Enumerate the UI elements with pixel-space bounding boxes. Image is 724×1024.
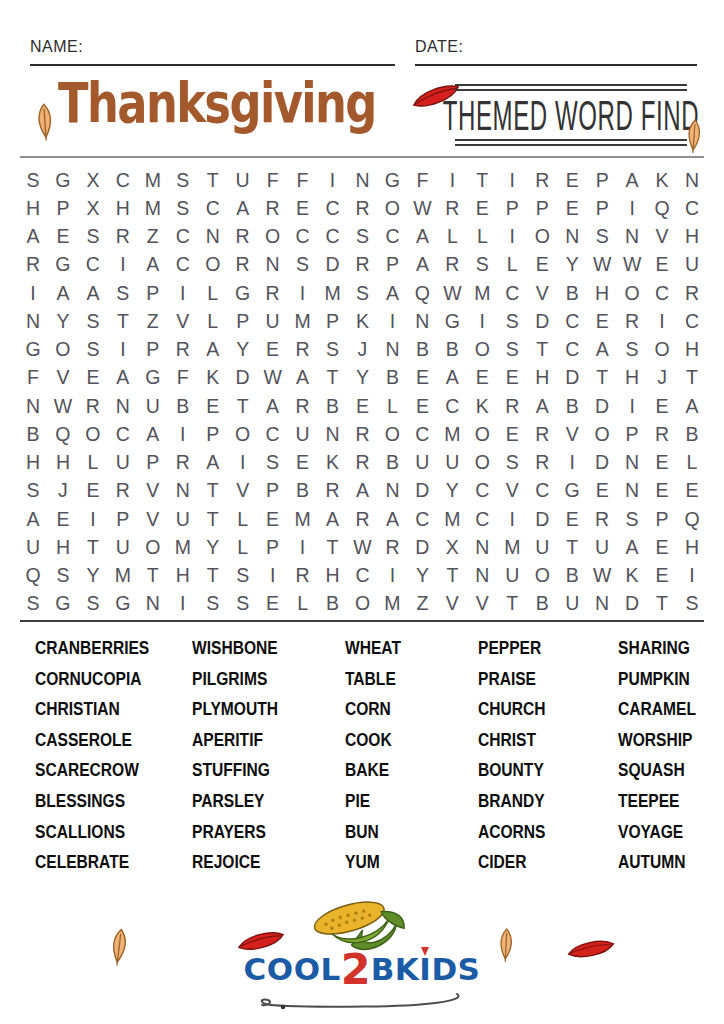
grid-cell-r15c13[interactable]: I: [377, 562, 407, 590]
grid-cell-r14c15[interactable]: X: [437, 533, 467, 561]
grid-cell-r8c3[interactable]: E: [78, 364, 108, 392]
grid-cell-r3c23[interactable]: H: [677, 223, 707, 251]
grid-cell-r8c20[interactable]: T: [587, 364, 617, 392]
grid-cell-r8c9[interactable]: W: [258, 364, 288, 392]
grid-cell-r10c20[interactable]: O: [587, 420, 617, 448]
grid-cell-r13c11[interactable]: A: [318, 505, 348, 533]
grid-cell-r11c1[interactable]: H: [18, 449, 48, 477]
grid-cell-r13c17[interactable]: I: [497, 505, 527, 533]
grid-cell-r1c20[interactable]: P: [587, 166, 617, 194]
grid-cell-r8c21[interactable]: H: [617, 364, 647, 392]
grid-cell-r12c4[interactable]: R: [108, 477, 138, 505]
grid-cell-r10c17[interactable]: E: [497, 420, 527, 448]
grid-cell-r9c7[interactable]: E: [198, 392, 228, 420]
grid-cell-r5c2[interactable]: A: [48, 279, 78, 307]
grid-cell-r10c14[interactable]: C: [407, 420, 437, 448]
grid-cell-r4c3[interactable]: C: [78, 251, 108, 279]
grid-cell-r13c1[interactable]: A: [18, 505, 48, 533]
grid-cell-r6c8[interactable]: P: [228, 307, 258, 335]
grid-cell-r15c2[interactable]: S: [48, 562, 78, 590]
grid-cell-r7c14[interactable]: B: [407, 336, 437, 364]
grid-cell-r8c22[interactable]: J: [647, 364, 677, 392]
grid-cell-r9c4[interactable]: N: [108, 392, 138, 420]
grid-cell-r9c18[interactable]: A: [527, 392, 557, 420]
grid-cell-r1c11[interactable]: I: [318, 166, 348, 194]
grid-cell-r14c23[interactable]: H: [677, 533, 707, 561]
grid-cell-r5c13[interactable]: A: [377, 279, 407, 307]
grid-cell-r16c14[interactable]: Z: [407, 590, 437, 618]
grid-cell-r3c18[interactable]: O: [527, 223, 557, 251]
grid-cell-r15c22[interactable]: E: [647, 562, 677, 590]
grid-cell-r7c13[interactable]: N: [377, 336, 407, 364]
grid-cell-r15c21[interactable]: K: [617, 562, 647, 590]
grid-cell-r12c10[interactable]: B: [288, 477, 318, 505]
grid-cell-r6c3[interactable]: S: [78, 307, 108, 335]
grid-cell-r13c14[interactable]: C: [407, 505, 437, 533]
grid-cell-r16c21[interactable]: D: [617, 590, 647, 618]
grid-cell-r6c17[interactable]: S: [497, 307, 527, 335]
grid-cell-r10c10[interactable]: U: [288, 420, 318, 448]
grid-cell-r12c3[interactable]: E: [78, 477, 108, 505]
grid-cell-r5c23[interactable]: R: [677, 279, 707, 307]
grid-cell-r9c1[interactable]: N: [18, 392, 48, 420]
grid-cell-r12c5[interactable]: V: [138, 477, 168, 505]
grid-cell-r13c5[interactable]: V: [138, 505, 168, 533]
grid-cell-r6c14[interactable]: N: [407, 307, 437, 335]
grid-cell-r13c22[interactable]: P: [647, 505, 677, 533]
grid-cell-r16c8[interactable]: S: [228, 590, 258, 618]
grid-cell-r14c7[interactable]: Y: [198, 533, 228, 561]
grid-cell-r7c6[interactable]: R: [168, 336, 198, 364]
grid-cell-r10c23[interactable]: B: [677, 420, 707, 448]
grid-cell-r4c16[interactable]: S: [467, 251, 497, 279]
grid-cell-r3c12[interactable]: S: [348, 223, 378, 251]
grid-cell-r2c15[interactable]: R: [437, 194, 467, 222]
grid-cell-r3c4[interactable]: R: [108, 223, 138, 251]
grid-cell-r1c9[interactable]: F: [258, 166, 288, 194]
grid-cell-r11c2[interactable]: H: [48, 449, 78, 477]
grid-cell-r9c15[interactable]: C: [437, 392, 467, 420]
grid-cell-r14c18[interactable]: U: [527, 533, 557, 561]
grid-cell-r10c16[interactable]: O: [467, 420, 497, 448]
grid-cell-r5c6[interactable]: I: [168, 279, 198, 307]
grid-cell-r6c20[interactable]: E: [587, 307, 617, 335]
grid-cell-r15c14[interactable]: Y: [407, 562, 437, 590]
grid-cell-r8c6[interactable]: F: [168, 364, 198, 392]
grid-cell-r5c15[interactable]: W: [437, 279, 467, 307]
grid-cell-r15c15[interactable]: T: [437, 562, 467, 590]
grid-cell-r6c2[interactable]: Y: [48, 307, 78, 335]
grid-cell-r7c8[interactable]: Y: [228, 336, 258, 364]
grid-cell-r5c20[interactable]: H: [587, 279, 617, 307]
grid-cell-r3c7[interactable]: N: [198, 223, 228, 251]
grid-cell-r3c10[interactable]: C: [288, 223, 318, 251]
grid-cell-r12c19[interactable]: G: [557, 477, 587, 505]
grid-cell-r15c18[interactable]: O: [527, 562, 557, 590]
grid-cell-r4c17[interactable]: L: [497, 251, 527, 279]
grid-cell-r13c12[interactable]: R: [348, 505, 378, 533]
grid-cell-r11c5[interactable]: P: [138, 449, 168, 477]
grid-cell-r15c9[interactable]: I: [258, 562, 288, 590]
grid-cell-r16c10[interactable]: L: [288, 590, 318, 618]
grid-cell-r1c14[interactable]: F: [407, 166, 437, 194]
grid-cell-r16c5[interactable]: N: [138, 590, 168, 618]
grid-cell-r9c8[interactable]: T: [228, 392, 258, 420]
grid-cell-r8c23[interactable]: T: [677, 364, 707, 392]
grid-cell-r2c12[interactable]: R: [348, 194, 378, 222]
grid-cell-r12c12[interactable]: A: [348, 477, 378, 505]
grid-cell-r9c21[interactable]: I: [617, 392, 647, 420]
grid-cell-r13c9[interactable]: E: [258, 505, 288, 533]
grid-cell-r11c14[interactable]: U: [407, 449, 437, 477]
grid-cell-r6c11[interactable]: P: [318, 307, 348, 335]
grid-cell-r4c11[interactable]: D: [318, 251, 348, 279]
grid-cell-r12c7[interactable]: T: [198, 477, 228, 505]
grid-cell-r10c8[interactable]: O: [228, 420, 258, 448]
grid-cell-r7c10[interactable]: R: [288, 336, 318, 364]
grid-cell-r16c15[interactable]: V: [437, 590, 467, 618]
grid-cell-r8c13[interactable]: B: [377, 364, 407, 392]
grid-cell-r13c21[interactable]: S: [617, 505, 647, 533]
grid-cell-r3c11[interactable]: C: [318, 223, 348, 251]
grid-cell-r1c7[interactable]: T: [198, 166, 228, 194]
grid-cell-r14c16[interactable]: N: [467, 533, 497, 561]
grid-cell-r4c14[interactable]: A: [407, 251, 437, 279]
grid-cell-r8c1[interactable]: F: [18, 364, 48, 392]
grid-cell-r12c17[interactable]: V: [497, 477, 527, 505]
grid-cell-r15c3[interactable]: Y: [78, 562, 108, 590]
grid-cell-r16c9[interactable]: E: [258, 590, 288, 618]
grid-cell-r10c21[interactable]: P: [617, 420, 647, 448]
grid-cell-r9c12[interactable]: E: [348, 392, 378, 420]
grid-cell-r9c9[interactable]: A: [258, 392, 288, 420]
grid-cell-r5c17[interactable]: C: [497, 279, 527, 307]
grid-cell-r7c22[interactable]: O: [647, 336, 677, 364]
grid-cell-r11c18[interactable]: R: [527, 449, 557, 477]
grid-cell-r1c5[interactable]: M: [138, 166, 168, 194]
grid-cell-r15c17[interactable]: U: [497, 562, 527, 590]
grid-cell-r8c19[interactable]: D: [557, 364, 587, 392]
grid-cell-r16c6[interactable]: I: [168, 590, 198, 618]
grid-cell-r3c6[interactable]: C: [168, 223, 198, 251]
grid-cell-r1c6[interactable]: S: [168, 166, 198, 194]
grid-cell-r2c19[interactable]: E: [557, 194, 587, 222]
grid-cell-r8c14[interactable]: E: [407, 364, 437, 392]
grid-cell-r12c15[interactable]: Y: [437, 477, 467, 505]
grid-cell-r15c7[interactable]: T: [198, 562, 228, 590]
grid-cell-r10c5[interactable]: A: [138, 420, 168, 448]
grid-cell-r10c15[interactable]: M: [437, 420, 467, 448]
grid-cell-r8c8[interactable]: D: [228, 364, 258, 392]
grid-cell-r14c14[interactable]: D: [407, 533, 437, 561]
grid-cell-r9c3[interactable]: R: [78, 392, 108, 420]
grid-cell-r9c13[interactable]: L: [377, 392, 407, 420]
grid-cell-r14c11[interactable]: T: [318, 533, 348, 561]
grid-cell-r4c19[interactable]: Y: [557, 251, 587, 279]
grid-cell-r11c8[interactable]: I: [228, 449, 258, 477]
grid-cell-r1c15[interactable]: I: [437, 166, 467, 194]
grid-cell-r14c10[interactable]: I: [288, 533, 318, 561]
grid-cell-r15c1[interactable]: Q: [18, 562, 48, 590]
grid-cell-r4c13[interactable]: P: [377, 251, 407, 279]
grid-cell-r16c1[interactable]: S: [18, 590, 48, 618]
grid-cell-r16c2[interactable]: G: [48, 590, 78, 618]
grid-cell-r7c16[interactable]: O: [467, 336, 497, 364]
grid-cell-r3c5[interactable]: Z: [138, 223, 168, 251]
grid-cell-r5c3[interactable]: A: [78, 279, 108, 307]
grid-cell-r15c23[interactable]: I: [677, 562, 707, 590]
grid-cell-r3c19[interactable]: N: [557, 223, 587, 251]
grid-cell-r7c3[interactable]: S: [78, 336, 108, 364]
grid-cell-r15c5[interactable]: T: [138, 562, 168, 590]
grid-cell-r15c11[interactable]: H: [318, 562, 348, 590]
grid-cell-r2c5[interactable]: M: [138, 194, 168, 222]
grid-cell-r4c9[interactable]: N: [258, 251, 288, 279]
grid-cell-r3c20[interactable]: S: [587, 223, 617, 251]
grid-cell-r7c5[interactable]: P: [138, 336, 168, 364]
grid-cell-r8c2[interactable]: V: [48, 364, 78, 392]
grid-cell-r1c22[interactable]: K: [647, 166, 677, 194]
grid-cell-r7c12[interactable]: J: [348, 336, 378, 364]
grid-cell-r6c5[interactable]: Z: [138, 307, 168, 335]
grid-cell-r9c23[interactable]: A: [677, 392, 707, 420]
grid-cell-r12c9[interactable]: P: [258, 477, 288, 505]
grid-cell-r9c20[interactable]: D: [587, 392, 617, 420]
grid-cell-r16c7[interactable]: S: [198, 590, 228, 618]
grid-cell-r2c14[interactable]: W: [407, 194, 437, 222]
grid-cell-r6c6[interactable]: V: [168, 307, 198, 335]
grid-cell-r2c8[interactable]: A: [228, 194, 258, 222]
grid-cell-r3c13[interactable]: C: [377, 223, 407, 251]
grid-cell-r6c1[interactable]: N: [18, 307, 48, 335]
grid-cell-r6c7[interactable]: L: [198, 307, 228, 335]
grid-cell-r14c8[interactable]: L: [228, 533, 258, 561]
grid-cell-r9c14[interactable]: E: [407, 392, 437, 420]
grid-cell-r5c9[interactable]: R: [258, 279, 288, 307]
grid-cell-r13c10[interactable]: M: [288, 505, 318, 533]
grid-cell-r4c10[interactable]: S: [288, 251, 318, 279]
grid-cell-r6c16[interactable]: I: [467, 307, 497, 335]
grid-cell-r15c4[interactable]: M: [108, 562, 138, 590]
grid-cell-r5c14[interactable]: Q: [407, 279, 437, 307]
grid-cell-r8c12[interactable]: Y: [348, 364, 378, 392]
grid-cell-r4c15[interactable]: R: [437, 251, 467, 279]
grid-cell-r14c9[interactable]: P: [258, 533, 288, 561]
grid-cell-r1c21[interactable]: A: [617, 166, 647, 194]
grid-cell-r15c8[interactable]: S: [228, 562, 258, 590]
grid-cell-r8c16[interactable]: E: [467, 364, 497, 392]
grid-cell-r7c15[interactable]: B: [437, 336, 467, 364]
grid-cell-r3c2[interactable]: E: [48, 223, 78, 251]
grid-cell-r16c19[interactable]: U: [557, 590, 587, 618]
grid-cell-r16c4[interactable]: G: [108, 590, 138, 618]
grid-cell-r9c17[interactable]: R: [497, 392, 527, 420]
grid-cell-r9c11[interactable]: B: [318, 392, 348, 420]
grid-cell-r14c17[interactable]: M: [497, 533, 527, 561]
grid-cell-r3c22[interactable]: V: [647, 223, 677, 251]
grid-cell-r2c22[interactable]: Q: [647, 194, 677, 222]
grid-cell-r3c17[interactable]: I: [497, 223, 527, 251]
grid-cell-r2c2[interactable]: P: [48, 194, 78, 222]
grid-cell-r10c7[interactable]: P: [198, 420, 228, 448]
grid-cell-r9c2[interactable]: W: [48, 392, 78, 420]
grid-cell-r14c20[interactable]: U: [587, 533, 617, 561]
grid-cell-r3c14[interactable]: A: [407, 223, 437, 251]
grid-cell-r12c6[interactable]: N: [168, 477, 198, 505]
grid-cell-r6c12[interactable]: K: [348, 307, 378, 335]
grid-cell-r7c19[interactable]: C: [557, 336, 587, 364]
grid-cell-r2c11[interactable]: C: [318, 194, 348, 222]
grid-cell-r14c13[interactable]: R: [377, 533, 407, 561]
grid-cell-r8c15[interactable]: A: [437, 364, 467, 392]
grid-cell-r4c6[interactable]: C: [168, 251, 198, 279]
grid-cell-r11c9[interactable]: S: [258, 449, 288, 477]
grid-cell-r6c9[interactable]: U: [258, 307, 288, 335]
grid-cell-r15c19[interactable]: B: [557, 562, 587, 590]
grid-cell-r4c22[interactable]: E: [647, 251, 677, 279]
grid-cell-r6c15[interactable]: G: [437, 307, 467, 335]
grid-cell-r14c1[interactable]: U: [18, 533, 48, 561]
grid-cell-r13c4[interactable]: P: [108, 505, 138, 533]
grid-cell-r3c1[interactable]: A: [18, 223, 48, 251]
grid-cell-r15c10[interactable]: R: [288, 562, 318, 590]
grid-cell-r13c3[interactable]: I: [78, 505, 108, 533]
grid-cell-r3c3[interactable]: S: [78, 223, 108, 251]
grid-cell-r10c6[interactable]: I: [168, 420, 198, 448]
grid-cell-r10c1[interactable]: B: [18, 420, 48, 448]
grid-cell-r1c1[interactable]: S: [18, 166, 48, 194]
grid-cell-r11c11[interactable]: K: [318, 449, 348, 477]
grid-cell-r13c23[interactable]: Q: [677, 505, 707, 533]
grid-cell-r16c22[interactable]: T: [647, 590, 677, 618]
grid-cell-r10c18[interactable]: R: [527, 420, 557, 448]
grid-cell-r10c22[interactable]: R: [647, 420, 677, 448]
grid-cell-r1c4[interactable]: C: [108, 166, 138, 194]
grid-cell-r1c18[interactable]: R: [527, 166, 557, 194]
grid-cell-r9c10[interactable]: R: [288, 392, 318, 420]
grid-cell-r5c12[interactable]: S: [348, 279, 378, 307]
grid-cell-r8c5[interactable]: G: [138, 364, 168, 392]
grid-cell-r10c11[interactable]: N: [318, 420, 348, 448]
grid-cell-r1c12[interactable]: N: [348, 166, 378, 194]
grid-cell-r13c6[interactable]: U: [168, 505, 198, 533]
grid-cell-r8c11[interactable]: T: [318, 364, 348, 392]
grid-cell-r7c4[interactable]: I: [108, 336, 138, 364]
grid-cell-r13c7[interactable]: T: [198, 505, 228, 533]
grid-cell-r2c3[interactable]: X: [78, 194, 108, 222]
grid-cell-r16c20[interactable]: N: [587, 590, 617, 618]
grid-cell-r5c22[interactable]: C: [647, 279, 677, 307]
grid-cell-r3c8[interactable]: R: [228, 223, 258, 251]
grid-cell-r12c20[interactable]: E: [587, 477, 617, 505]
grid-cell-r15c12[interactable]: C: [348, 562, 378, 590]
grid-cell-r14c12[interactable]: W: [348, 533, 378, 561]
grid-cell-r9c5[interactable]: U: [138, 392, 168, 420]
grid-cell-r14c5[interactable]: O: [138, 533, 168, 561]
grid-cell-r16c18[interactable]: B: [527, 590, 557, 618]
grid-cell-r10c12[interactable]: R: [348, 420, 378, 448]
grid-cell-r2c1[interactable]: H: [18, 194, 48, 222]
grid-cell-r2c4[interactable]: H: [108, 194, 138, 222]
grid-cell-r7c9[interactable]: E: [258, 336, 288, 364]
grid-cell-r6c21[interactable]: R: [617, 307, 647, 335]
grid-cell-r7c18[interactable]: T: [527, 336, 557, 364]
grid-cell-r4c4[interactable]: I: [108, 251, 138, 279]
grid-cell-r7c21[interactable]: S: [617, 336, 647, 364]
grid-cell-r5c11[interactable]: M: [318, 279, 348, 307]
grid-cell-r12c23[interactable]: E: [677, 477, 707, 505]
grid-cell-r10c9[interactable]: C: [258, 420, 288, 448]
grid-cell-r10c4[interactable]: C: [108, 420, 138, 448]
grid-cell-r2c10[interactable]: E: [288, 194, 318, 222]
grid-cell-r11c10[interactable]: E: [288, 449, 318, 477]
grid-cell-r1c10[interactable]: F: [288, 166, 318, 194]
grid-cell-r13c16[interactable]: C: [467, 505, 497, 533]
grid-cell-r11c21[interactable]: N: [617, 449, 647, 477]
grid-cell-r4c7[interactable]: O: [198, 251, 228, 279]
grid-cell-r15c16[interactable]: N: [467, 562, 497, 590]
grid-cell-r4c20[interactable]: W: [587, 251, 617, 279]
grid-cell-r1c23[interactable]: N: [677, 166, 707, 194]
grid-cell-r2c13[interactable]: O: [377, 194, 407, 222]
grid-cell-r1c17[interactable]: I: [497, 166, 527, 194]
grid-cell-r11c19[interactable]: I: [557, 449, 587, 477]
grid-cell-r15c20[interactable]: W: [587, 562, 617, 590]
grid-cell-r5c8[interactable]: G: [228, 279, 258, 307]
grid-cell-r16c16[interactable]: V: [467, 590, 497, 618]
grid-cell-r7c11[interactable]: S: [318, 336, 348, 364]
grid-cell-r16c17[interactable]: T: [497, 590, 527, 618]
grid-cell-r11c22[interactable]: E: [647, 449, 677, 477]
grid-cell-r10c3[interactable]: O: [78, 420, 108, 448]
grid-cell-r5c1[interactable]: I: [18, 279, 48, 307]
grid-cell-r2c7[interactable]: C: [198, 194, 228, 222]
grid-cell-r1c13[interactable]: G: [377, 166, 407, 194]
grid-cell-r7c1[interactable]: G: [18, 336, 48, 364]
grid-cell-r8c18[interactable]: H: [527, 364, 557, 392]
grid-cell-r1c16[interactable]: T: [467, 166, 497, 194]
grid-cell-r2c17[interactable]: P: [497, 194, 527, 222]
grid-cell-r14c21[interactable]: A: [617, 533, 647, 561]
grid-cell-r13c15[interactable]: M: [437, 505, 467, 533]
grid-cell-r4c21[interactable]: W: [617, 251, 647, 279]
grid-cell-r7c20[interactable]: A: [587, 336, 617, 364]
grid-cell-r9c19[interactable]: B: [557, 392, 587, 420]
grid-cell-r3c15[interactable]: L: [437, 223, 467, 251]
grid-cell-r8c4[interactable]: A: [108, 364, 138, 392]
grid-cell-r4c12[interactable]: R: [348, 251, 378, 279]
grid-cell-r2c20[interactable]: P: [587, 194, 617, 222]
grid-cell-r1c3[interactable]: X: [78, 166, 108, 194]
grid-cell-r13c18[interactable]: D: [527, 505, 557, 533]
grid-cell-r14c4[interactable]: U: [108, 533, 138, 561]
grid-cell-r11c23[interactable]: L: [677, 449, 707, 477]
grid-cell-r11c12[interactable]: R: [348, 449, 378, 477]
grid-cell-r2c23[interactable]: C: [677, 194, 707, 222]
grid-cell-r10c2[interactable]: Q: [48, 420, 78, 448]
grid-cell-r15c6[interactable]: H: [168, 562, 198, 590]
grid-cell-r8c7[interactable]: K: [198, 364, 228, 392]
grid-cell-r16c13[interactable]: M: [377, 590, 407, 618]
grid-cell-r11c20[interactable]: D: [587, 449, 617, 477]
grid-cell-r13c8[interactable]: L: [228, 505, 258, 533]
grid-cell-r11c13[interactable]: B: [377, 449, 407, 477]
grid-cell-r14c19[interactable]: T: [557, 533, 587, 561]
grid-cell-r11c17[interactable]: S: [497, 449, 527, 477]
grid-cell-r6c23[interactable]: C: [677, 307, 707, 335]
grid-cell-r11c16[interactable]: O: [467, 449, 497, 477]
grid-cell-r4c18[interactable]: E: [527, 251, 557, 279]
